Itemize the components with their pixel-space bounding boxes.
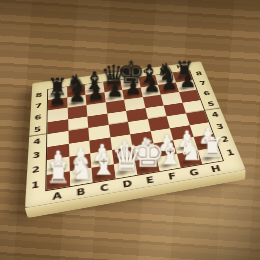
- chess-board: ABCDEFGH ABCDEFGH 87654321 87654321 ♜♞♝♛…: [25, 61, 246, 208]
- square-a1: ♜: [46, 171, 69, 190]
- scene: ABCDEFGH ABCDEFGH 87654321 87654321 ♜♞♝♛…: [0, 0, 260, 260]
- table-background: ABCDEFGH ABCDEFGH 87654321 87654321 ♜♞♝♛…: [0, 0, 260, 260]
- square-a7: ♟: [48, 97, 67, 110]
- square-a6: [48, 108, 68, 122]
- piece-white-rook: ♜: [31, 158, 86, 187]
- piece-black-pawn: ♟: [35, 88, 81, 108]
